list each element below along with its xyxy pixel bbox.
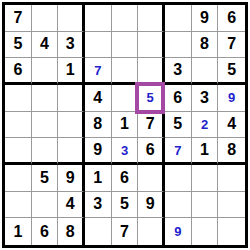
cell-r1c1[interactable]: 7 xyxy=(5,5,32,32)
cell-r5c8[interactable]: 2 xyxy=(192,112,219,139)
cell-r4c8[interactable]: 3 xyxy=(192,85,219,112)
cell-r4c7[interactable]: 6 xyxy=(165,85,192,112)
cell-r1c8[interactable]: 9 xyxy=(192,5,219,32)
cell-r3c3[interactable]: 1 xyxy=(58,58,85,85)
cell-r3c4[interactable]: 7 xyxy=(85,58,112,85)
cell-r5c3[interactable] xyxy=(58,112,85,139)
cell-r1c6[interactable] xyxy=(138,5,165,32)
cell-r9c9[interactable] xyxy=(218,218,245,245)
cell-r2c5[interactable] xyxy=(112,32,139,59)
cell-r8c7[interactable] xyxy=(165,192,192,219)
cell-r1c7[interactable] xyxy=(165,5,192,32)
cell-r1c2[interactable] xyxy=(32,5,59,32)
cell-r3c6[interactable] xyxy=(138,58,165,85)
cell-r2c9[interactable]: 7 xyxy=(218,32,245,59)
cell-r9c7[interactable]: 9 xyxy=(165,218,192,245)
cell-r7c9[interactable] xyxy=(218,165,245,192)
cell-r4c4[interactable]: 4 xyxy=(85,85,112,112)
cell-r9c8[interactable] xyxy=(192,218,219,245)
cell-r1c5[interactable] xyxy=(112,5,139,32)
cell-r2c8[interactable]: 8 xyxy=(192,32,219,59)
cell-r6c8[interactable]: 1 xyxy=(192,138,219,165)
cell-r2c3[interactable]: 3 xyxy=(58,32,85,59)
cell-r7c8[interactable] xyxy=(192,165,219,192)
cell-r2c1[interactable]: 5 xyxy=(5,32,32,59)
sudoku-page: 7965438761735456398175249367185916435916… xyxy=(0,0,250,250)
cell-r3c7[interactable]: 3 xyxy=(165,58,192,85)
cell-r3c2[interactable] xyxy=(32,58,59,85)
cell-r2c4[interactable] xyxy=(85,32,112,59)
cell-r7c2[interactable]: 5 xyxy=(32,165,59,192)
cell-r2c6[interactable] xyxy=(138,32,165,59)
cell-r8c4[interactable]: 3 xyxy=(85,192,112,219)
cell-r8c5[interactable]: 5 xyxy=(112,192,139,219)
cell-r9c4[interactable] xyxy=(85,218,112,245)
cell-r7c7[interactable] xyxy=(165,165,192,192)
cell-r7c6[interactable] xyxy=(138,165,165,192)
cell-r8c8[interactable] xyxy=(192,192,219,219)
cell-r6c4[interactable]: 9 xyxy=(85,138,112,165)
sudoku-board: 7965438761735456398175249367185916435916… xyxy=(2,2,248,248)
cell-r8c9[interactable] xyxy=(218,192,245,219)
cell-r3c5[interactable] xyxy=(112,58,139,85)
cell-r9c6[interactable] xyxy=(138,218,165,245)
cell-r7c4[interactable]: 1 xyxy=(85,165,112,192)
cell-r4c5[interactable] xyxy=(112,85,139,112)
cell-r8c2[interactable] xyxy=(32,192,59,219)
cell-r8c3[interactable]: 4 xyxy=(58,192,85,219)
cell-r6c1[interactable] xyxy=(5,138,32,165)
cell-r9c1[interactable]: 1 xyxy=(5,218,32,245)
cell-r6c2[interactable] xyxy=(32,138,59,165)
cell-r4c9[interactable]: 9 xyxy=(218,85,245,112)
cell-r7c3[interactable]: 9 xyxy=(58,165,85,192)
cell-r9c3[interactable]: 8 xyxy=(58,218,85,245)
cell-r3c8[interactable] xyxy=(192,58,219,85)
cell-r3c9[interactable]: 5 xyxy=(218,58,245,85)
cell-r5c4[interactable]: 8 xyxy=(85,112,112,139)
cell-r3c1[interactable]: 6 xyxy=(5,58,32,85)
cell-r2c7[interactable] xyxy=(165,32,192,59)
cell-r4c1[interactable] xyxy=(5,85,32,112)
cell-r5c2[interactable] xyxy=(32,112,59,139)
cell-r5c1[interactable] xyxy=(5,112,32,139)
cell-r1c3[interactable] xyxy=(58,5,85,32)
cell-r7c5[interactable]: 6 xyxy=(112,165,139,192)
cell-r8c1[interactable] xyxy=(5,192,32,219)
cell-r6c6[interactable]: 6 xyxy=(138,138,165,165)
cell-r1c4[interactable] xyxy=(85,5,112,32)
cell-r9c2[interactable]: 6 xyxy=(32,218,59,245)
cell-r1c9[interactable]: 6 xyxy=(218,5,245,32)
cell-r2c2[interactable]: 4 xyxy=(32,32,59,59)
cell-r5c6[interactable]: 7 xyxy=(138,112,165,139)
cell-r7c1[interactable] xyxy=(5,165,32,192)
cell-r5c5[interactable]: 1 xyxy=(112,112,139,139)
cell-r4c6[interactable]: 5 xyxy=(138,85,165,112)
cell-r4c3[interactable] xyxy=(58,85,85,112)
cell-r5c7[interactable]: 5 xyxy=(165,112,192,139)
cell-r6c9[interactable]: 8 xyxy=(218,138,245,165)
cell-r8c6[interactable]: 9 xyxy=(138,192,165,219)
cell-r9c5[interactable]: 7 xyxy=(112,218,139,245)
cell-r6c3[interactable] xyxy=(58,138,85,165)
cell-r4c2[interactable] xyxy=(32,85,59,112)
cell-r5c9[interactable]: 4 xyxy=(218,112,245,139)
cell-r6c7[interactable]: 7 xyxy=(165,138,192,165)
cell-r6c5[interactable]: 3 xyxy=(112,138,139,165)
